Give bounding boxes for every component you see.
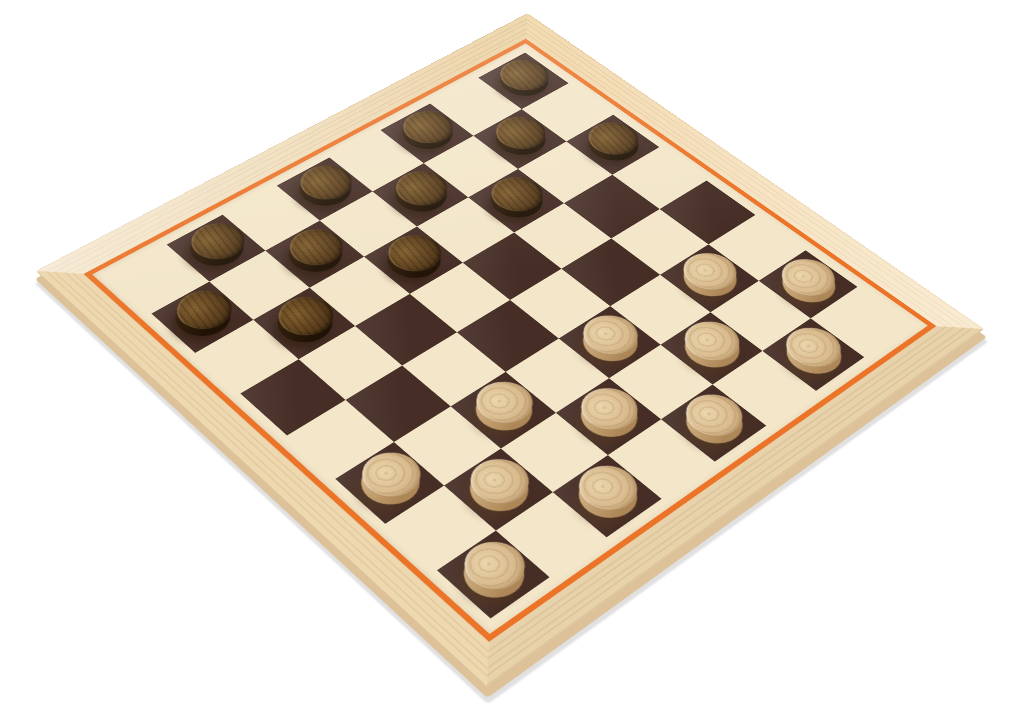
playing-field [109, 53, 911, 619]
checkers-board [36, 13, 985, 687]
photo-background [0, 0, 1024, 712]
board-surface [84, 39, 937, 642]
